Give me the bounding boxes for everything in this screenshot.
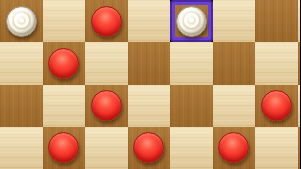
square-r2c6[interactable] bbox=[255, 85, 298, 127]
square-r3c0 bbox=[0, 127, 43, 169]
checker-white[interactable] bbox=[176, 6, 207, 37]
square-r0c7 bbox=[298, 0, 301, 42]
square-r0c4-selected[interactable] bbox=[170, 0, 213, 42]
checker-red[interactable] bbox=[261, 90, 292, 121]
square-r3c7[interactable] bbox=[298, 127, 301, 169]
square-r0c0[interactable] bbox=[0, 0, 43, 42]
square-r1c1[interactable] bbox=[43, 42, 86, 84]
square-r3c3[interactable] bbox=[128, 127, 171, 169]
square-r0c2[interactable] bbox=[85, 0, 128, 42]
checkers-board bbox=[0, 0, 300, 169]
checker-red[interactable] bbox=[218, 132, 249, 163]
checker-red[interactable] bbox=[91, 90, 122, 121]
square-r0c5 bbox=[213, 0, 256, 42]
checker-red[interactable] bbox=[48, 132, 79, 163]
square-r3c1[interactable] bbox=[43, 127, 86, 169]
square-r2c1 bbox=[43, 85, 86, 127]
square-r1c3[interactable] bbox=[128, 42, 171, 84]
square-r3c5[interactable] bbox=[213, 127, 256, 169]
square-r2c2[interactable] bbox=[85, 85, 128, 127]
checker-white[interactable] bbox=[6, 6, 37, 37]
square-r2c3 bbox=[128, 85, 171, 127]
square-r1c2 bbox=[85, 42, 128, 84]
square-r1c5[interactable] bbox=[213, 42, 256, 84]
square-r1c4 bbox=[170, 42, 213, 84]
square-r1c6 bbox=[255, 42, 298, 84]
square-r1c7[interactable] bbox=[298, 42, 301, 84]
square-r2c4[interactable] bbox=[170, 85, 213, 127]
square-r1c0 bbox=[0, 42, 43, 84]
square-r0c3 bbox=[128, 0, 171, 42]
square-r3c6 bbox=[255, 127, 298, 169]
square-r2c5 bbox=[213, 85, 256, 127]
square-r2c7 bbox=[298, 85, 301, 127]
checker-red[interactable] bbox=[91, 6, 122, 37]
square-r2c0[interactable] bbox=[0, 85, 43, 127]
square-r3c4 bbox=[170, 127, 213, 169]
square-r0c6[interactable] bbox=[255, 0, 298, 42]
square-r0c1 bbox=[43, 0, 86, 42]
square-r3c2 bbox=[85, 127, 128, 169]
checker-red[interactable] bbox=[48, 48, 79, 79]
checker-red[interactable] bbox=[133, 132, 164, 163]
